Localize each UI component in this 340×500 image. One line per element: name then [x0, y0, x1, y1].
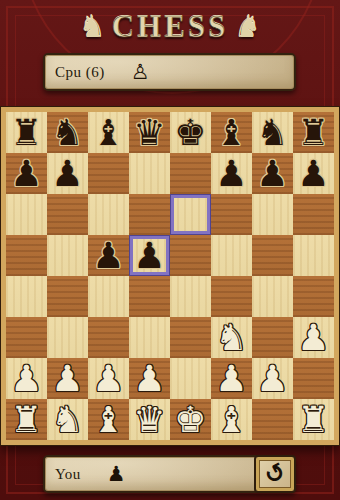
white-pawn-icon: ♟ — [297, 317, 329, 358]
square-c3[interactable] — [88, 317, 129, 358]
square-f7[interactable]: ♟ — [211, 153, 252, 194]
square-d1[interactable]: ♛ — [129, 399, 170, 440]
square-a1[interactable]: ♜ — [6, 399, 47, 440]
knight-icon: ♞ — [79, 12, 106, 42]
square-h2[interactable] — [293, 358, 334, 399]
square-a5[interactable] — [6, 235, 47, 276]
black-pawn-icon: ♟ — [92, 235, 124, 276]
square-h7[interactable]: ♟ — [293, 153, 334, 194]
black-king-icon: ♚ — [174, 112, 206, 153]
square-e6[interactable] — [170, 194, 211, 235]
white-queen-icon: ♛ — [133, 399, 165, 440]
square-g2[interactable]: ♟ — [252, 358, 293, 399]
square-c2[interactable]: ♟ — [88, 358, 129, 399]
square-g3[interactable] — [252, 317, 293, 358]
square-d4[interactable] — [129, 276, 170, 317]
square-f3[interactable]: ♞ — [211, 317, 252, 358]
square-f2[interactable]: ♟ — [211, 358, 252, 399]
you-player-bar: You ♟ ↺ — [43, 455, 296, 493]
black-pawn-icon: ♟ — [10, 153, 42, 194]
square-g7[interactable]: ♟ — [252, 153, 293, 194]
app-title: CHESS — [112, 9, 229, 45]
white-knight-icon: ♞ — [215, 317, 247, 358]
black-pawn-icon: ♟ — [297, 153, 329, 194]
white-rook-icon: ♜ — [10, 399, 42, 440]
square-a2[interactable]: ♟ — [6, 358, 47, 399]
square-b5[interactable] — [47, 235, 88, 276]
square-b2[interactable]: ♟ — [47, 358, 88, 399]
knight-icon: ♞ — [234, 12, 261, 42]
square-c4[interactable] — [88, 276, 129, 317]
black-pawn-icon: ♟ — [133, 235, 165, 276]
square-h5[interactable] — [293, 235, 334, 276]
square-h6[interactable] — [293, 194, 334, 235]
undo-button[interactable]: ↺ — [254, 455, 296, 493]
square-g1[interactable] — [252, 399, 293, 440]
square-e5[interactable] — [170, 235, 211, 276]
black-queen-icon: ♛ — [133, 112, 165, 153]
square-b7[interactable]: ♟ — [47, 153, 88, 194]
square-d2[interactable]: ♟ — [129, 358, 170, 399]
white-pawn-icon: ♙ — [131, 62, 150, 83]
undo-arrow-icon: ↺ — [260, 459, 289, 490]
square-e1[interactable]: ♚ — [170, 399, 211, 440]
chess-board: ♜♞♝♛♚♝♞♜♟♟♟♟♟♟♟♞♟♟♟♟♟♟♟♜♞♝♛♚♝♜ — [6, 112, 334, 440]
square-e7[interactable] — [170, 153, 211, 194]
black-pawn-icon: ♟ — [51, 153, 83, 194]
square-c1[interactable]: ♝ — [88, 399, 129, 440]
opponent-name-label: Cpu (6) — [55, 64, 105, 81]
black-pawn-icon: ♟ — [215, 153, 247, 194]
board-frame: ♜♞♝♛♚♝♞♜♟♟♟♟♟♟♟♞♟♟♟♟♟♟♟♜♞♝♛♚♝♜ — [1, 107, 339, 445]
square-h8[interactable]: ♜ — [293, 112, 334, 153]
black-pawn-icon: ♟ — [256, 153, 288, 194]
white-pawn-icon: ♟ — [215, 358, 247, 399]
square-c6[interactable] — [88, 194, 129, 235]
chess-app-screen: ♞ CHESS ♞ Cpu (6) ♙ ♜♞♝♛♚♝♞♜♟♟♟♟♟♟♟♞♟♟♟♟… — [0, 0, 340, 500]
square-a8[interactable]: ♜ — [6, 112, 47, 153]
square-f8[interactable]: ♝ — [211, 112, 252, 153]
black-pawn-icon: ♟ — [107, 464, 126, 485]
square-f1[interactable]: ♝ — [211, 399, 252, 440]
black-knight-icon: ♞ — [51, 112, 83, 153]
square-b8[interactable]: ♞ — [47, 112, 88, 153]
white-king-icon: ♚ — [174, 399, 206, 440]
square-d5[interactable]: ♟ — [129, 235, 170, 276]
title-bar: ♞ CHESS ♞ — [0, 4, 340, 50]
white-pawn-icon: ♟ — [133, 358, 165, 399]
square-b1[interactable]: ♞ — [47, 399, 88, 440]
square-f4[interactable] — [211, 276, 252, 317]
black-rook-icon: ♜ — [10, 112, 42, 153]
square-g4[interactable] — [252, 276, 293, 317]
black-knight-icon: ♞ — [256, 112, 288, 153]
square-e8[interactable]: ♚ — [170, 112, 211, 153]
white-pawn-icon: ♟ — [51, 358, 83, 399]
square-g6[interactable] — [252, 194, 293, 235]
square-a4[interactable] — [6, 276, 47, 317]
square-d7[interactable] — [129, 153, 170, 194]
square-a3[interactable] — [6, 317, 47, 358]
square-b4[interactable] — [47, 276, 88, 317]
square-a6[interactable] — [6, 194, 47, 235]
square-d3[interactable] — [129, 317, 170, 358]
square-c7[interactable] — [88, 153, 129, 194]
white-bishop-icon: ♝ — [215, 399, 247, 440]
white-pawn-icon: ♟ — [10, 358, 42, 399]
square-h3[interactable]: ♟ — [293, 317, 334, 358]
square-a7[interactable]: ♟ — [6, 153, 47, 194]
square-d6[interactable] — [129, 194, 170, 235]
square-e2[interactable] — [170, 358, 211, 399]
square-f5[interactable] — [211, 235, 252, 276]
white-rook-icon: ♜ — [297, 399, 329, 440]
black-bishop-icon: ♝ — [92, 112, 124, 153]
opponent-player-bar: Cpu (6) ♙ — [43, 53, 296, 91]
white-bishop-icon: ♝ — [92, 399, 124, 440]
white-knight-icon: ♞ — [51, 399, 83, 440]
white-pawn-icon: ♟ — [256, 358, 288, 399]
you-name-label: You — [55, 466, 81, 483]
square-f6[interactable] — [211, 194, 252, 235]
square-e3[interactable] — [170, 317, 211, 358]
black-rook-icon: ♜ — [297, 112, 329, 153]
white-pawn-icon: ♟ — [92, 358, 124, 399]
square-b6[interactable] — [47, 194, 88, 235]
square-b3[interactable] — [47, 317, 88, 358]
black-bishop-icon: ♝ — [215, 112, 247, 153]
square-h4[interactable] — [293, 276, 334, 317]
square-c5[interactable]: ♟ — [88, 235, 129, 276]
square-d8[interactable]: ♛ — [129, 112, 170, 153]
square-c8[interactable]: ♝ — [88, 112, 129, 153]
square-g5[interactable] — [252, 235, 293, 276]
square-g8[interactable]: ♞ — [252, 112, 293, 153]
square-h1[interactable]: ♜ — [293, 399, 334, 440]
square-e4[interactable] — [170, 276, 211, 317]
